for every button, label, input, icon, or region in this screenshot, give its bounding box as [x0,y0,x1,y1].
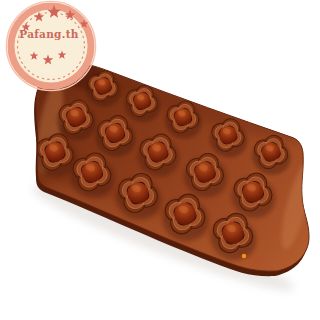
brand-badge-text: Pafang.th [19,28,79,40]
brand-badge: Pafang.th [6,1,95,90]
product-photo-canvas: Pafang.th [0,0,320,320]
product-photo: Pafang.th [0,0,320,320]
mold-accent-dot [242,254,246,258]
